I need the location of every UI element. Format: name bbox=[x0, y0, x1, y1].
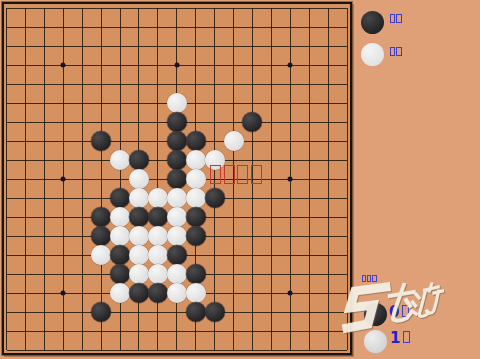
go-app-screen: { "game": "go", "board": { "size": 19, "… bbox=[0, 0, 480, 359]
stone-white bbox=[167, 264, 187, 284]
stone-black bbox=[110, 264, 130, 284]
star-point bbox=[288, 63, 293, 68]
black-capture-row: 0 bbox=[389, 303, 410, 321]
grid-line bbox=[7, 331, 348, 332]
stone-black bbox=[186, 302, 206, 322]
stone-black bbox=[167, 169, 187, 189]
star-point bbox=[61, 291, 66, 296]
stone-white bbox=[167, 93, 187, 113]
board-annotation-text bbox=[210, 165, 265, 188]
stone-white bbox=[186, 188, 206, 208]
black-capture-count: 0 bbox=[389, 303, 399, 321]
capture-panel-title bbox=[362, 275, 378, 284]
black-capture-unit bbox=[402, 305, 410, 318]
stone-black bbox=[110, 188, 130, 208]
capture-black-stone bbox=[364, 303, 387, 326]
grid-line bbox=[271, 8, 272, 350]
stone-white bbox=[129, 169, 149, 189]
stone-black bbox=[110, 245, 130, 265]
stone-black bbox=[129, 207, 149, 227]
legend-white-label bbox=[390, 47, 403, 58]
stone-white bbox=[186, 169, 206, 189]
go-board[interactable] bbox=[2, 2, 352, 355]
stone-white bbox=[148, 188, 168, 208]
white-capture-row: 1 bbox=[390, 329, 411, 347]
stone-black bbox=[167, 131, 187, 151]
stone-black bbox=[148, 207, 168, 227]
stone-white bbox=[129, 188, 149, 208]
stone-white bbox=[110, 283, 130, 303]
legend-white-stone bbox=[361, 43, 384, 66]
legend-black-stone bbox=[361, 11, 384, 34]
stone-black bbox=[186, 207, 206, 227]
star-point bbox=[61, 63, 66, 68]
stone-black bbox=[186, 264, 206, 284]
star-point bbox=[288, 177, 293, 182]
stone-white bbox=[91, 245, 111, 265]
stone-white bbox=[110, 207, 130, 227]
stone-black bbox=[129, 283, 149, 303]
capture-white-stone bbox=[364, 330, 387, 353]
stone-black bbox=[91, 131, 111, 151]
stone-black bbox=[167, 245, 187, 265]
stone-white bbox=[167, 283, 187, 303]
stone-black bbox=[148, 283, 168, 303]
stone-white bbox=[110, 226, 130, 246]
stone-black bbox=[129, 150, 149, 170]
stone-black bbox=[167, 112, 187, 132]
stone-black bbox=[91, 226, 111, 246]
stone-white bbox=[148, 264, 168, 284]
stone-black bbox=[186, 131, 206, 151]
stone-white bbox=[167, 207, 187, 227]
stone-white bbox=[186, 150, 206, 170]
grid-line bbox=[309, 8, 310, 350]
stone-black bbox=[91, 302, 111, 322]
grid-line bbox=[328, 8, 329, 350]
stone-white bbox=[148, 226, 168, 246]
stone-black bbox=[167, 150, 187, 170]
white-capture-count: 1 bbox=[390, 329, 400, 347]
grid-line bbox=[7, 350, 348, 351]
stone-white bbox=[129, 264, 149, 284]
grid-line bbox=[7, 312, 348, 313]
stone-white bbox=[148, 245, 168, 265]
legend-black-label bbox=[390, 14, 403, 25]
grid-line bbox=[347, 8, 348, 350]
stone-white bbox=[186, 283, 206, 303]
stone-black bbox=[205, 188, 225, 208]
stone-black bbox=[242, 112, 262, 132]
stone-white bbox=[224, 131, 244, 151]
stone-white bbox=[110, 150, 130, 170]
star-point bbox=[61, 177, 66, 182]
star-point bbox=[174, 63, 179, 68]
stone-white bbox=[167, 188, 187, 208]
stone-white bbox=[129, 226, 149, 246]
white-capture-unit bbox=[403, 331, 411, 344]
stone-black bbox=[91, 207, 111, 227]
stone-black bbox=[205, 302, 225, 322]
stone-black bbox=[186, 226, 206, 246]
stone-white bbox=[167, 226, 187, 246]
stone-white bbox=[129, 245, 149, 265]
star-point bbox=[288, 291, 293, 296]
